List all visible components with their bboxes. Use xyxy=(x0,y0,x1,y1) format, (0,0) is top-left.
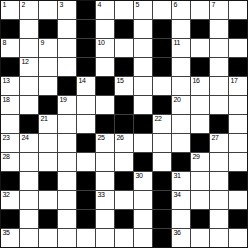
black-cell xyxy=(115,115,133,133)
white-cell[interactable]: 7 xyxy=(210,1,228,19)
white-cell[interactable] xyxy=(96,210,114,228)
black-cell xyxy=(191,210,209,228)
white-cell[interactable]: 19 xyxy=(58,96,76,114)
black-cell xyxy=(229,20,247,38)
black-cell xyxy=(191,134,209,152)
white-cell[interactable] xyxy=(20,229,38,247)
white-cell[interactable]: 13 xyxy=(1,77,19,95)
clue-number: 9 xyxy=(41,39,45,47)
black-cell xyxy=(77,39,95,57)
white-cell[interactable] xyxy=(153,77,171,95)
clue-number: 19 xyxy=(60,96,67,104)
white-cell[interactable]: 16 xyxy=(191,77,209,95)
white-cell[interactable] xyxy=(77,115,95,133)
white-cell[interactable] xyxy=(96,172,114,190)
white-cell[interactable] xyxy=(96,153,114,171)
clue-number: 34 xyxy=(174,191,181,199)
white-cell[interactable] xyxy=(172,58,190,76)
white-cell[interactable] xyxy=(210,191,228,209)
clue-number: 22 xyxy=(155,115,162,123)
clue-number: 6 xyxy=(174,1,178,9)
black-cell xyxy=(153,191,171,209)
white-cell[interactable] xyxy=(172,210,190,228)
white-cell[interactable] xyxy=(191,96,209,114)
white-cell[interactable] xyxy=(210,96,228,114)
black-cell xyxy=(191,20,209,38)
white-cell[interactable] xyxy=(58,20,76,38)
black-cell xyxy=(77,191,95,209)
crossword-board: 1234567891011121314151617181920212223242… xyxy=(0,0,248,248)
white-cell[interactable] xyxy=(134,77,152,95)
black-cell xyxy=(153,96,171,114)
black-cell xyxy=(115,58,133,76)
white-cell[interactable]: 5 xyxy=(134,1,152,19)
black-cell xyxy=(39,210,57,228)
black-cell xyxy=(115,20,133,38)
black-cell xyxy=(115,96,133,114)
black-cell xyxy=(153,20,171,38)
clue-number: 5 xyxy=(136,1,140,9)
white-cell[interactable] xyxy=(1,115,19,133)
clue-number: 21 xyxy=(41,115,48,123)
white-cell[interactable]: 20 xyxy=(172,96,190,114)
clue-number: 15 xyxy=(117,77,124,85)
clue-number: 30 xyxy=(136,172,143,180)
white-cell[interactable]: 30 xyxy=(134,172,152,190)
white-cell[interactable] xyxy=(172,134,190,152)
black-cell xyxy=(20,115,38,133)
white-cell[interactable] xyxy=(172,20,190,38)
black-cell xyxy=(229,210,247,228)
white-cell[interactable] xyxy=(39,1,57,19)
crossword-puzzle: 1234567891011121314151617181920212223242… xyxy=(0,0,248,248)
white-cell[interactable] xyxy=(58,115,76,133)
white-cell[interactable] xyxy=(191,39,209,57)
white-cell[interactable]: 17 xyxy=(229,77,247,95)
white-cell[interactable] xyxy=(58,210,76,228)
clue-number: 32 xyxy=(3,191,10,199)
white-cell[interactable] xyxy=(77,96,95,114)
white-cell[interactable] xyxy=(96,229,114,247)
white-cell[interactable] xyxy=(58,172,76,190)
white-cell[interactable] xyxy=(134,58,152,76)
black-cell xyxy=(153,58,171,76)
black-cell xyxy=(77,172,95,190)
white-cell[interactable]: 9 xyxy=(39,39,57,57)
white-cell[interactable] xyxy=(96,20,114,38)
white-cell[interactable]: 21 xyxy=(39,115,57,133)
white-cell[interactable]: 22 xyxy=(153,115,171,133)
clue-number: 36 xyxy=(174,229,181,237)
clue-number: 35 xyxy=(3,229,10,237)
white-cell[interactable] xyxy=(39,153,57,171)
white-cell[interactable] xyxy=(115,39,133,57)
white-cell[interactable]: 35 xyxy=(1,229,19,247)
clue-number: 12 xyxy=(22,58,29,66)
white-cell[interactable] xyxy=(210,20,228,38)
white-cell[interactable] xyxy=(77,229,95,247)
white-cell[interactable] xyxy=(210,229,228,247)
clue-number: 4 xyxy=(98,1,102,9)
black-cell xyxy=(134,153,152,171)
white-cell[interactable] xyxy=(58,134,76,152)
white-cell[interactable] xyxy=(115,229,133,247)
white-cell[interactable]: 31 xyxy=(172,172,190,190)
clue-number: 18 xyxy=(3,96,10,104)
black-cell xyxy=(77,1,95,19)
white-cell[interactable] xyxy=(229,96,247,114)
black-cell xyxy=(96,115,114,133)
white-cell[interactable] xyxy=(210,58,228,76)
white-cell[interactable] xyxy=(77,153,95,171)
white-cell[interactable]: 23 xyxy=(1,134,19,152)
white-cell[interactable] xyxy=(20,191,38,209)
clue-number: 20 xyxy=(174,96,181,104)
white-cell[interactable] xyxy=(191,1,209,19)
black-cell xyxy=(210,115,228,133)
clue-number: 2 xyxy=(22,1,26,9)
white-cell[interactable] xyxy=(210,210,228,228)
white-cell[interactable]: 6 xyxy=(172,1,190,19)
white-cell[interactable] xyxy=(20,210,38,228)
white-cell[interactable] xyxy=(191,172,209,190)
white-cell[interactable] xyxy=(134,210,152,228)
black-cell xyxy=(1,58,19,76)
clue-number: 3 xyxy=(60,1,64,9)
white-cell[interactable]: 15 xyxy=(115,77,133,95)
black-cell xyxy=(153,39,171,57)
white-cell[interactable] xyxy=(115,1,133,19)
clue-number: 8 xyxy=(3,39,7,47)
black-cell xyxy=(1,20,19,38)
white-cell[interactable]: 12 xyxy=(20,58,38,76)
black-cell xyxy=(153,172,171,190)
white-cell[interactable] xyxy=(134,134,152,152)
white-cell[interactable] xyxy=(210,77,228,95)
white-cell[interactable]: 10 xyxy=(96,39,114,57)
white-cell[interactable] xyxy=(39,58,57,76)
white-cell[interactable] xyxy=(96,58,114,76)
white-cell[interactable]: 14 xyxy=(77,77,95,95)
white-cell[interactable] xyxy=(229,229,247,247)
white-cell[interactable]: 11 xyxy=(172,39,190,57)
white-cell[interactable] xyxy=(134,229,152,247)
white-cell[interactable] xyxy=(39,191,57,209)
black-cell xyxy=(39,20,57,38)
black-cell xyxy=(39,96,57,114)
white-cell[interactable] xyxy=(172,77,190,95)
black-cell xyxy=(1,210,19,228)
white-cell[interactable] xyxy=(229,39,247,57)
white-cell[interactable]: 4 xyxy=(96,1,114,19)
clue-number: 16 xyxy=(193,77,200,85)
white-cell[interactable] xyxy=(20,172,38,190)
clue-number: 1 xyxy=(3,1,7,9)
black-cell xyxy=(153,210,171,228)
white-cell[interactable] xyxy=(58,39,76,57)
clue-number: 13 xyxy=(3,77,10,85)
black-cell xyxy=(172,153,190,171)
clue-number: 24 xyxy=(22,134,29,142)
clue-number: 29 xyxy=(193,153,200,161)
clue-number: 26 xyxy=(117,134,124,142)
white-cell[interactable] xyxy=(39,229,57,247)
white-cell[interactable] xyxy=(96,96,114,114)
white-cell[interactable]: 25 xyxy=(96,134,114,152)
white-cell[interactable] xyxy=(229,1,247,19)
white-cell[interactable]: 36 xyxy=(172,229,190,247)
black-cell xyxy=(96,77,114,95)
white-cell[interactable]: 2 xyxy=(20,1,38,19)
black-cell xyxy=(153,229,171,247)
black-cell xyxy=(77,210,95,228)
black-cell xyxy=(77,134,95,152)
white-cell[interactable] xyxy=(153,153,171,171)
white-cell[interactable] xyxy=(58,191,76,209)
white-cell[interactable] xyxy=(153,1,171,19)
white-cell[interactable] xyxy=(20,96,38,114)
clue-number: 11 xyxy=(174,39,181,47)
white-cell[interactable]: 27 xyxy=(210,134,228,152)
white-cell[interactable] xyxy=(115,153,133,171)
white-cell[interactable] xyxy=(191,115,209,133)
white-cell[interactable] xyxy=(172,115,190,133)
white-cell[interactable] xyxy=(134,20,152,38)
white-cell[interactable] xyxy=(39,134,57,152)
white-cell[interactable] xyxy=(191,229,209,247)
white-cell[interactable]: 8 xyxy=(1,39,19,57)
white-cell[interactable] xyxy=(153,134,171,152)
white-cell[interactable]: 28 xyxy=(1,153,19,171)
black-cell xyxy=(229,58,247,76)
white-cell[interactable]: 26 xyxy=(115,134,133,152)
white-cell[interactable] xyxy=(210,172,228,190)
white-cell[interactable] xyxy=(210,39,228,57)
black-cell xyxy=(229,172,247,190)
white-cell[interactable]: 18 xyxy=(1,96,19,114)
black-cell xyxy=(134,115,152,133)
white-cell[interactable] xyxy=(39,77,57,95)
clue-number: 31 xyxy=(174,172,181,180)
white-cell[interactable] xyxy=(229,115,247,133)
white-cell[interactable] xyxy=(20,77,38,95)
white-cell[interactable] xyxy=(191,191,209,209)
white-cell[interactable] xyxy=(115,191,133,209)
clue-number: 28 xyxy=(3,153,10,161)
white-cell[interactable]: 24 xyxy=(20,134,38,152)
black-cell xyxy=(39,172,57,190)
white-cell[interactable]: 3 xyxy=(58,1,76,19)
white-cell[interactable]: 29 xyxy=(191,153,209,171)
white-cell[interactable] xyxy=(20,153,38,171)
clue-number: 14 xyxy=(79,77,86,85)
white-cell[interactable] xyxy=(229,153,247,171)
white-cell[interactable] xyxy=(20,20,38,38)
clue-number: 27 xyxy=(212,134,219,142)
white-cell[interactable]: 1 xyxy=(1,1,19,19)
white-cell[interactable] xyxy=(134,39,152,57)
white-cell[interactable] xyxy=(58,229,76,247)
white-cell[interactable] xyxy=(20,39,38,57)
clue-number: 33 xyxy=(98,191,105,199)
black-cell xyxy=(77,58,95,76)
clue-number: 23 xyxy=(3,134,10,142)
white-cell[interactable] xyxy=(58,153,76,171)
black-cell xyxy=(1,172,19,190)
black-cell xyxy=(77,20,95,38)
white-cell[interactable]: 32 xyxy=(1,191,19,209)
black-cell xyxy=(58,77,76,95)
white-cell[interactable] xyxy=(210,153,228,171)
white-cell[interactable] xyxy=(229,134,247,152)
black-cell xyxy=(115,172,133,190)
white-cell[interactable] xyxy=(134,96,152,114)
white-cell[interactable] xyxy=(229,191,247,209)
white-cell[interactable]: 33 xyxy=(96,191,114,209)
white-cell[interactable]: 34 xyxy=(172,191,190,209)
clue-number: 25 xyxy=(98,134,105,142)
clue-number: 17 xyxy=(231,77,238,85)
black-cell xyxy=(191,58,209,76)
white-cell[interactable] xyxy=(58,58,76,76)
black-cell xyxy=(115,210,133,228)
white-cell[interactable] xyxy=(134,191,152,209)
clue-number: 7 xyxy=(212,1,216,9)
clue-number: 10 xyxy=(98,39,105,47)
